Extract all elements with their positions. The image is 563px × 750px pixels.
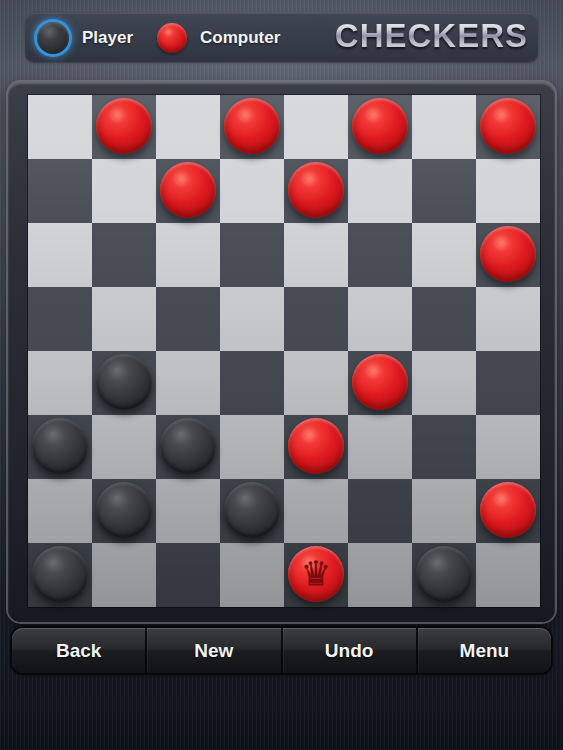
square-r6c3[interactable]: [220, 479, 284, 543]
checkers-app: Player Computer CHECKERS ♛ Back New Undo…: [0, 0, 563, 750]
square-r1c6[interactable]: [412, 159, 476, 223]
square-r0c4: [284, 95, 348, 159]
black-piece[interactable]: [224, 482, 280, 538]
square-r1c4[interactable]: [284, 159, 348, 223]
black-piece[interactable]: [32, 546, 88, 602]
square-r2c7[interactable]: [476, 223, 540, 287]
square-r4c7[interactable]: [476, 351, 540, 415]
square-r6c2: [156, 479, 220, 543]
red-piece[interactable]: [480, 98, 536, 154]
menu-button[interactable]: Menu: [416, 628, 551, 673]
square-r6c4: [284, 479, 348, 543]
square-r0c6: [412, 95, 476, 159]
red-piece[interactable]: [288, 162, 344, 218]
square-r2c6: [412, 223, 476, 287]
player-piece-icon: [37, 22, 69, 54]
square-r5c3: [220, 415, 284, 479]
new-button[interactable]: New: [145, 628, 280, 673]
undo-button[interactable]: Undo: [281, 628, 416, 673]
red-king[interactable]: ♛: [288, 546, 344, 602]
square-r3c6[interactable]: [412, 287, 476, 351]
square-r2c3[interactable]: [220, 223, 284, 287]
square-r0c7[interactable]: [476, 95, 540, 159]
square-r2c4: [284, 223, 348, 287]
square-r6c5[interactable]: [348, 479, 412, 543]
red-piece[interactable]: [96, 98, 152, 154]
king-crown-icon: ♛: [288, 556, 344, 590]
square-r4c0: [28, 351, 92, 415]
square-r5c4[interactable]: [284, 415, 348, 479]
square-r3c1: [92, 287, 156, 351]
square-r5c1: [92, 415, 156, 479]
square-r3c0[interactable]: [28, 287, 92, 351]
square-r6c1[interactable]: [92, 479, 156, 543]
square-r7c5: [348, 543, 412, 607]
square-r5c2[interactable]: [156, 415, 220, 479]
black-piece[interactable]: [416, 546, 472, 602]
square-r7c6[interactable]: [412, 543, 476, 607]
black-piece[interactable]: [160, 418, 216, 474]
player-indicator: Player: [25, 22, 133, 54]
square-r5c5: [348, 415, 412, 479]
square-r2c2: [156, 223, 220, 287]
computer-indicator: Computer: [133, 23, 280, 53]
red-piece[interactable]: [352, 354, 408, 410]
square-r7c0[interactable]: [28, 543, 92, 607]
player-label: Player: [82, 28, 133, 48]
square-r7c7: [476, 543, 540, 607]
square-r0c5[interactable]: [348, 95, 412, 159]
computer-piece-icon: [157, 23, 187, 53]
square-r1c1: [92, 159, 156, 223]
square-r4c2: [156, 351, 220, 415]
square-r1c5: [348, 159, 412, 223]
red-piece[interactable]: [352, 98, 408, 154]
red-piece[interactable]: [288, 418, 344, 474]
square-r4c5[interactable]: [348, 351, 412, 415]
square-r5c7: [476, 415, 540, 479]
checkers-board: ♛: [28, 95, 540, 607]
button-bar: Back New Undo Menu: [12, 628, 551, 673]
red-piece[interactable]: [480, 482, 536, 538]
square-r0c2: [156, 95, 220, 159]
square-r3c7: [476, 287, 540, 351]
black-piece[interactable]: [96, 482, 152, 538]
square-r6c7[interactable]: [476, 479, 540, 543]
black-piece[interactable]: [96, 354, 152, 410]
square-r0c0: [28, 95, 92, 159]
square-r1c3: [220, 159, 284, 223]
board-frame: ♛: [8, 82, 555, 622]
square-r7c3: [220, 543, 284, 607]
square-r1c7: [476, 159, 540, 223]
square-r6c0: [28, 479, 92, 543]
square-r7c2[interactable]: [156, 543, 220, 607]
red-piece[interactable]: [160, 162, 216, 218]
red-piece[interactable]: [480, 226, 536, 282]
square-r4c4: [284, 351, 348, 415]
square-r1c2[interactable]: [156, 159, 220, 223]
square-r4c1[interactable]: [92, 351, 156, 415]
square-r7c4[interactable]: ♛: [284, 543, 348, 607]
app-title: CHECKERS: [335, 17, 528, 55]
square-r2c5[interactable]: [348, 223, 412, 287]
computer-label: Computer: [200, 28, 280, 48]
back-button[interactable]: Back: [12, 628, 145, 673]
square-r5c6[interactable]: [412, 415, 476, 479]
square-r3c5: [348, 287, 412, 351]
square-r2c0: [28, 223, 92, 287]
square-r4c3[interactable]: [220, 351, 284, 415]
square-r3c4[interactable]: [284, 287, 348, 351]
square-r1c0[interactable]: [28, 159, 92, 223]
square-r0c3[interactable]: [220, 95, 284, 159]
square-r2c1[interactable]: [92, 223, 156, 287]
square-r7c1: [92, 543, 156, 607]
square-r0c1[interactable]: [92, 95, 156, 159]
square-r3c3: [220, 287, 284, 351]
status-bar: Player Computer CHECKERS: [25, 13, 538, 62]
square-r4c6: [412, 351, 476, 415]
red-piece[interactable]: [224, 98, 280, 154]
square-r5c0[interactable]: [28, 415, 92, 479]
square-r3c2[interactable]: [156, 287, 220, 351]
black-piece[interactable]: [32, 418, 88, 474]
square-r6c6: [412, 479, 476, 543]
